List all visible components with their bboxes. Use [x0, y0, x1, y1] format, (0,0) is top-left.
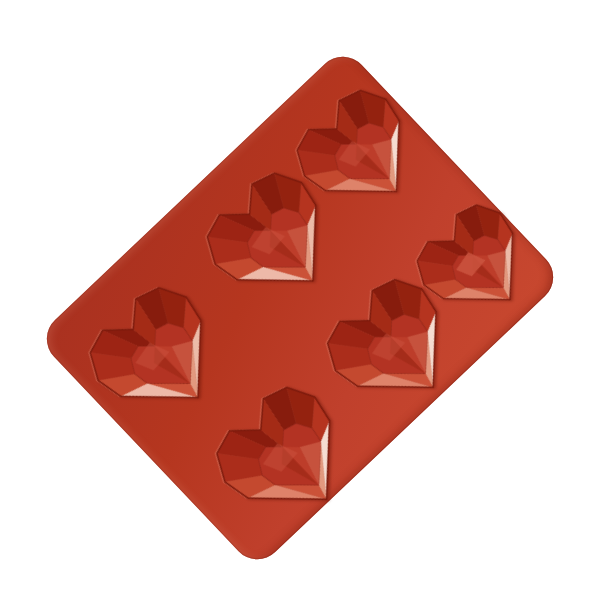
silicone-mold-tray — [36, 46, 564, 570]
photo-scene — [0, 0, 600, 600]
heart-cavity-lower-left — [63, 261, 249, 447]
gem-heart-cavity-svg — [63, 261, 249, 447]
